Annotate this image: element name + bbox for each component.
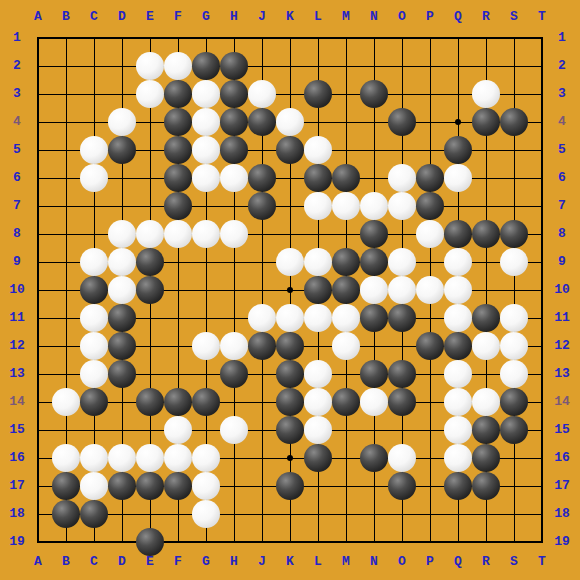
stone-white <box>136 220 164 248</box>
stone-black <box>192 388 220 416</box>
stone-black <box>80 500 108 528</box>
stone-white <box>136 444 164 472</box>
stone-white <box>500 332 528 360</box>
stone-black <box>164 388 192 416</box>
stone-black <box>472 108 500 136</box>
column-label-bottom: F <box>164 548 192 576</box>
stone-white <box>192 164 220 192</box>
stone-black <box>136 276 164 304</box>
stone-white <box>164 52 192 80</box>
stone-black <box>472 472 500 500</box>
column-label-bottom: J <box>248 548 276 576</box>
column-label-top: E <box>136 3 164 31</box>
stone-white <box>108 276 136 304</box>
stone-black <box>248 192 276 220</box>
stone-black <box>472 416 500 444</box>
row-label-left: 2 <box>3 52 31 80</box>
column-label-top: O <box>388 3 416 31</box>
stone-black <box>276 388 304 416</box>
stone-black <box>332 164 360 192</box>
stone-white <box>80 472 108 500</box>
stone-black <box>360 304 388 332</box>
column-label-top: F <box>164 3 192 31</box>
stone-black <box>388 304 416 332</box>
stone-white <box>444 304 472 332</box>
row-label-left: 10 <box>3 276 31 304</box>
row-label-right: 12 <box>548 332 576 360</box>
stone-white <box>444 444 472 472</box>
row-label-left: 16 <box>3 444 31 472</box>
column-label-bottom: B <box>52 548 80 576</box>
row-label-right: 15 <box>548 416 576 444</box>
row-label-left: 17 <box>3 472 31 500</box>
stone-white <box>108 248 136 276</box>
stone-black <box>472 220 500 248</box>
column-label-bottom: G <box>192 548 220 576</box>
stone-white <box>164 416 192 444</box>
stone-black <box>136 388 164 416</box>
stone-black <box>360 360 388 388</box>
stone-white <box>360 192 388 220</box>
stone-white <box>444 248 472 276</box>
stone-black <box>108 136 136 164</box>
stone-white <box>444 164 472 192</box>
column-label-top: Q <box>444 3 472 31</box>
stone-black <box>276 360 304 388</box>
row-label-left: 1 <box>3 24 31 52</box>
stone-white <box>304 416 332 444</box>
column-label-bottom: S <box>500 548 528 576</box>
stone-black <box>164 164 192 192</box>
stone-black <box>276 332 304 360</box>
stone-black <box>108 360 136 388</box>
stone-black <box>444 220 472 248</box>
stone-white <box>332 304 360 332</box>
column-label-bottom: M <box>332 548 360 576</box>
column-label-top: L <box>304 3 332 31</box>
stone-white <box>248 80 276 108</box>
stone-black <box>248 164 276 192</box>
stone-black <box>80 388 108 416</box>
stone-white <box>332 192 360 220</box>
stone-black <box>220 80 248 108</box>
row-label-right: 19 <box>548 528 576 556</box>
stone-white <box>444 276 472 304</box>
stone-black <box>276 416 304 444</box>
star-point <box>455 119 461 125</box>
row-label-left: 11 <box>3 304 31 332</box>
stone-white <box>304 304 332 332</box>
stone-white <box>192 332 220 360</box>
stone-white <box>416 276 444 304</box>
row-label-right: 14 <box>548 388 576 416</box>
stone-white <box>276 248 304 276</box>
column-label-top: M <box>332 3 360 31</box>
stone-black <box>276 472 304 500</box>
column-label-bottom: L <box>304 548 332 576</box>
row-label-left: 5 <box>3 136 31 164</box>
column-label-top: H <box>220 3 248 31</box>
stone-black <box>164 108 192 136</box>
stone-white <box>388 248 416 276</box>
stone-white <box>164 444 192 472</box>
stone-white <box>444 360 472 388</box>
stone-white <box>80 304 108 332</box>
column-label-bottom: P <box>416 548 444 576</box>
row-label-right: 3 <box>548 80 576 108</box>
stone-white <box>472 80 500 108</box>
stone-black <box>136 248 164 276</box>
stone-black <box>332 276 360 304</box>
row-label-left: 3 <box>3 80 31 108</box>
stone-black <box>52 500 80 528</box>
stone-white <box>500 304 528 332</box>
stone-black <box>52 472 80 500</box>
column-label-top: J <box>248 3 276 31</box>
stone-white <box>52 444 80 472</box>
stone-white <box>108 444 136 472</box>
stone-black <box>444 136 472 164</box>
stone-black <box>332 388 360 416</box>
stone-black <box>192 52 220 80</box>
stone-black <box>500 220 528 248</box>
stone-black <box>500 388 528 416</box>
row-label-left: 4 <box>3 108 31 136</box>
stone-black <box>136 472 164 500</box>
row-label-left: 9 <box>3 248 31 276</box>
stone-black <box>248 108 276 136</box>
column-label-top: B <box>52 3 80 31</box>
stone-white <box>388 276 416 304</box>
stone-black <box>472 444 500 472</box>
stone-black <box>108 472 136 500</box>
stone-white <box>304 136 332 164</box>
stone-black <box>304 444 332 472</box>
stone-white <box>276 108 304 136</box>
row-label-right: 11 <box>548 304 576 332</box>
stone-white <box>248 304 276 332</box>
stone-white <box>388 164 416 192</box>
stone-black <box>360 444 388 472</box>
board-gridline-horizontal <box>37 541 543 543</box>
stone-white <box>80 332 108 360</box>
stone-white <box>108 108 136 136</box>
stone-black <box>500 416 528 444</box>
stone-white <box>192 220 220 248</box>
stone-white <box>192 500 220 528</box>
go-board-page: AABBCCDDEEFFGGHHJJKKLLMMNNOOPPQQRRSSTT11… <box>0 0 580 580</box>
stone-white <box>192 472 220 500</box>
column-label-top: R <box>472 3 500 31</box>
column-label-bottom: H <box>220 548 248 576</box>
stone-black <box>388 388 416 416</box>
stone-white <box>220 220 248 248</box>
column-label-bottom: E <box>136 548 164 576</box>
row-label-left: 7 <box>3 192 31 220</box>
stone-white <box>52 388 80 416</box>
stone-black <box>220 52 248 80</box>
star-point <box>287 455 293 461</box>
star-point <box>287 287 293 293</box>
stone-white <box>276 304 304 332</box>
stone-white <box>220 164 248 192</box>
stone-black <box>388 108 416 136</box>
stone-black <box>80 276 108 304</box>
row-label-left: 19 <box>3 528 31 556</box>
board-gridline-horizontal <box>37 514 543 515</box>
stone-black <box>416 164 444 192</box>
row-label-left: 12 <box>3 332 31 360</box>
column-label-top: S <box>500 3 528 31</box>
stone-black <box>164 136 192 164</box>
stone-white <box>500 360 528 388</box>
row-label-left: 14 <box>3 388 31 416</box>
stone-black <box>500 108 528 136</box>
stone-white <box>360 276 388 304</box>
column-label-bottom: D <box>108 548 136 576</box>
stone-black <box>360 80 388 108</box>
stone-black <box>108 332 136 360</box>
stone-white <box>80 164 108 192</box>
stone-black <box>388 360 416 388</box>
stone-black <box>276 136 304 164</box>
stone-white <box>108 220 136 248</box>
row-label-right: 4 <box>548 108 576 136</box>
stone-white <box>304 388 332 416</box>
stone-black <box>444 472 472 500</box>
stone-black <box>360 220 388 248</box>
stone-black <box>248 332 276 360</box>
row-label-right: 9 <box>548 248 576 276</box>
stone-white <box>444 416 472 444</box>
stone-white <box>192 108 220 136</box>
stone-white <box>332 332 360 360</box>
column-label-bottom: O <box>388 548 416 576</box>
stone-black <box>164 472 192 500</box>
stone-black <box>304 164 332 192</box>
column-label-top: D <box>108 3 136 31</box>
row-label-left: 6 <box>3 164 31 192</box>
stone-white <box>500 248 528 276</box>
stone-white <box>220 416 248 444</box>
stone-black <box>332 248 360 276</box>
column-label-bottom: Q <box>444 548 472 576</box>
stone-white <box>304 360 332 388</box>
stone-white <box>360 388 388 416</box>
row-label-right: 13 <box>548 360 576 388</box>
stone-black <box>220 136 248 164</box>
stone-white <box>388 444 416 472</box>
row-label-right: 1 <box>548 24 576 52</box>
row-label-right: 17 <box>548 472 576 500</box>
stone-black <box>220 360 248 388</box>
stone-black <box>360 248 388 276</box>
column-label-bottom: N <box>360 548 388 576</box>
row-label-right: 8 <box>548 220 576 248</box>
stone-white <box>304 192 332 220</box>
stone-black <box>304 276 332 304</box>
stone-white <box>136 52 164 80</box>
stone-white <box>472 388 500 416</box>
stone-white <box>472 332 500 360</box>
row-label-right: 7 <box>548 192 576 220</box>
stone-white <box>80 248 108 276</box>
stone-black <box>304 80 332 108</box>
stone-white <box>192 136 220 164</box>
row-label-right: 18 <box>548 500 576 528</box>
stone-white <box>220 332 248 360</box>
row-label-left: 13 <box>3 360 31 388</box>
row-label-right: 6 <box>548 164 576 192</box>
stone-black <box>416 332 444 360</box>
stone-black <box>416 192 444 220</box>
row-label-right: 16 <box>548 444 576 472</box>
stone-white <box>416 220 444 248</box>
stone-white <box>164 220 192 248</box>
column-label-top: C <box>80 3 108 31</box>
column-label-bottom: C <box>80 548 108 576</box>
stone-black <box>164 192 192 220</box>
row-label-left: 15 <box>3 416 31 444</box>
column-label-top: K <box>276 3 304 31</box>
stone-white <box>388 192 416 220</box>
column-label-top: N <box>360 3 388 31</box>
stone-white <box>444 388 472 416</box>
stone-white <box>136 80 164 108</box>
row-label-right: 10 <box>548 276 576 304</box>
stone-black <box>444 332 472 360</box>
row-label-right: 5 <box>548 136 576 164</box>
column-label-bottom: K <box>276 548 304 576</box>
stone-white <box>80 360 108 388</box>
stone-black <box>472 304 500 332</box>
stone-black <box>388 472 416 500</box>
stone-black <box>220 108 248 136</box>
stone-white <box>304 248 332 276</box>
stone-white <box>192 80 220 108</box>
board-gridline-vertical <box>541 37 543 543</box>
stone-white <box>80 444 108 472</box>
stone-black <box>108 304 136 332</box>
row-label-left: 18 <box>3 500 31 528</box>
column-label-top: P <box>416 3 444 31</box>
row-label-left: 8 <box>3 220 31 248</box>
stone-black <box>164 80 192 108</box>
column-label-top: G <box>192 3 220 31</box>
stone-white <box>192 444 220 472</box>
stone-white <box>80 136 108 164</box>
column-label-bottom: R <box>472 548 500 576</box>
row-label-right: 2 <box>548 52 576 80</box>
